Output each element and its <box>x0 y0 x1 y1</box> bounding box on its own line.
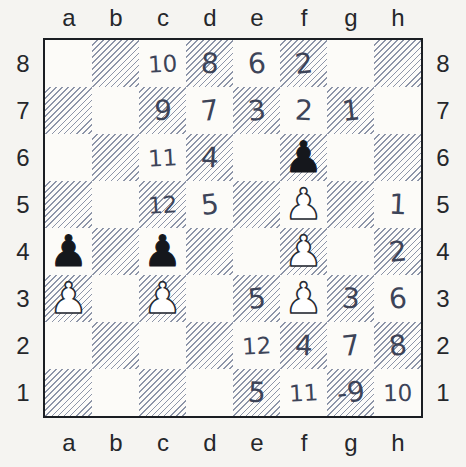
handwritten-number-c6: 11 <box>147 144 178 171</box>
handwritten-number-c5: 12 <box>147 191 178 218</box>
rank-label-left-5: 5 <box>6 182 40 229</box>
square-c2[interactable] <box>139 322 186 369</box>
square-e8[interactable]: 6 <box>233 40 280 87</box>
square-b6[interactable] <box>92 134 139 181</box>
file-label-bottom-f: f <box>281 424 328 462</box>
square-f8[interactable]: 2 <box>280 40 327 87</box>
handwritten-number-h2: 8 <box>387 328 408 363</box>
square-d8[interactable]: 8 <box>186 40 233 87</box>
handwritten-number-g7: 1 <box>340 93 361 128</box>
white-pawn-c3[interactable]: ♟ <box>143 275 182 322</box>
white-pawn-f5[interactable]: ♟ <box>284 181 323 228</box>
square-h8[interactable] <box>374 40 421 87</box>
handwritten-number-e1: 5 <box>247 376 267 410</box>
handwritten-number-c8: 10 <box>147 50 178 77</box>
square-b8[interactable] <box>92 40 139 87</box>
rank-label-left-6: 6 <box>6 135 40 182</box>
square-d1[interactable] <box>186 369 233 416</box>
square-e3[interactable]: 5 <box>233 275 280 322</box>
handwritten-number-h4: 2 <box>387 234 408 269</box>
white-pawn-f4[interactable]: ♟ <box>284 228 323 275</box>
file-label-top-f: f <box>281 2 328 34</box>
square-a3[interactable]: ♟ <box>45 275 92 322</box>
square-f4[interactable]: ♟ <box>280 228 327 275</box>
file-labels-top: abcdefgh <box>46 2 422 34</box>
square-a4[interactable]: ♟ <box>45 228 92 275</box>
file-label-top-h: h <box>375 2 422 34</box>
handwritten-number-d5: 5 <box>199 187 220 222</box>
square-f2[interactable]: 4 <box>280 322 327 369</box>
square-a2[interactable] <box>45 322 92 369</box>
square-d4[interactable] <box>186 228 233 275</box>
square-a1[interactable] <box>45 369 92 416</box>
file-label-bottom-g: g <box>328 424 375 462</box>
square-g4[interactable] <box>327 228 374 275</box>
square-c7[interactable]: 9 <box>139 87 186 134</box>
square-e1[interactable]: 5 <box>233 369 280 416</box>
rank-label-left-4: 4 <box>6 229 40 276</box>
square-h1[interactable]: 10 <box>374 369 421 416</box>
rank-labels-left: 87654321 <box>6 41 40 417</box>
rank-label-right-2: 2 <box>426 323 460 370</box>
rank-label-left-2: 2 <box>6 323 40 370</box>
square-a7[interactable] <box>45 87 92 134</box>
white-pawn-f3[interactable]: ♟ <box>284 275 323 322</box>
square-b5[interactable] <box>92 181 139 228</box>
handwritten-number-c7: 9 <box>153 94 173 128</box>
square-a5[interactable] <box>45 181 92 228</box>
square-c5[interactable]: 12 <box>139 181 186 228</box>
square-b2[interactable] <box>92 322 139 369</box>
rank-label-left-3: 3 <box>6 276 40 323</box>
square-f6[interactable]: ♟ <box>280 134 327 181</box>
square-f3[interactable]: ♟ <box>280 275 327 322</box>
handwritten-number-d7: 7 <box>199 93 220 128</box>
file-label-bottom-e: e <box>234 424 281 462</box>
square-h6[interactable] <box>374 134 421 181</box>
black-pawn-c4[interactable]: ♟ <box>143 228 182 275</box>
file-label-top-d: d <box>187 2 234 34</box>
square-d2[interactable] <box>186 322 233 369</box>
scanned-chess-diagram: abcdefgh 87654321 1086297321114♟125♟1♟♟♟… <box>0 0 466 467</box>
square-e7[interactable]: 3 <box>233 87 280 134</box>
square-h5[interactable]: 1 <box>374 181 421 228</box>
square-b7[interactable] <box>92 87 139 134</box>
handwritten-number-f2: 4 <box>294 329 314 363</box>
square-f7[interactable]: 2 <box>280 87 327 134</box>
rank-label-right-5: 5 <box>426 182 460 229</box>
file-label-top-a: a <box>46 2 93 34</box>
square-c4[interactable]: ♟ <box>139 228 186 275</box>
file-labels-bottom: abcdefgh <box>46 424 422 462</box>
file-label-bottom-a: a <box>46 424 93 462</box>
file-label-top-c: c <box>140 2 187 34</box>
square-d7[interactable]: 7 <box>186 87 233 134</box>
square-h2[interactable]: 8 <box>374 322 421 369</box>
handwritten-number-e2: 12 <box>241 332 272 359</box>
rank-label-right-6: 6 <box>426 135 460 182</box>
file-label-top-e: e <box>234 2 281 34</box>
square-g7[interactable]: 1 <box>327 87 374 134</box>
rank-label-left-8: 8 <box>6 41 40 88</box>
square-f5[interactable]: ♟ <box>280 181 327 228</box>
square-b4[interactable] <box>92 228 139 275</box>
square-g1[interactable]: -9 <box>327 369 374 416</box>
file-label-bottom-c: c <box>140 424 187 462</box>
square-f1[interactable]: 11 <box>280 369 327 416</box>
square-b3[interactable] <box>92 275 139 322</box>
square-c8[interactable]: 10 <box>139 40 186 87</box>
square-h3[interactable]: 6 <box>374 275 421 322</box>
handwritten-number-h5: 1 <box>388 188 408 222</box>
square-g3[interactable]: 3 <box>327 275 374 322</box>
square-g6[interactable] <box>327 134 374 181</box>
square-g5[interactable] <box>327 181 374 228</box>
handwritten-number-g1: -9 <box>335 375 366 411</box>
handwritten-number-e7: 3 <box>246 93 267 128</box>
rank-labels-right: 87654321 <box>426 41 460 417</box>
handwritten-number-d8: 8 <box>200 47 220 81</box>
handwritten-number-g2: 7 <box>340 328 361 363</box>
handwritten-number-d6: 4 <box>200 141 220 175</box>
file-label-top-g: g <box>328 2 375 34</box>
square-e4[interactable] <box>233 228 280 275</box>
handwritten-number-h3: 6 <box>387 281 408 316</box>
black-pawn-f6[interactable]: ♟ <box>284 134 323 181</box>
file-label-bottom-b: b <box>93 424 140 462</box>
square-g2[interactable]: 7 <box>327 322 374 369</box>
file-label-bottom-d: d <box>187 424 234 462</box>
square-h7[interactable] <box>374 87 421 134</box>
square-e2[interactable]: 12 <box>233 322 280 369</box>
square-c6[interactable]: 11 <box>139 134 186 181</box>
rank-label-left-7: 7 <box>6 88 40 135</box>
handwritten-number-e8: 6 <box>246 46 267 81</box>
handwritten-number-e3: 5 <box>246 281 267 316</box>
square-a6[interactable] <box>45 134 92 181</box>
white-pawn-a3[interactable]: ♟ <box>49 275 88 322</box>
square-a8[interactable] <box>45 40 92 87</box>
square-d6[interactable]: 4 <box>186 134 233 181</box>
file-label-top-b: b <box>93 2 140 34</box>
handwritten-number-f1: 11 <box>288 379 319 406</box>
square-g8[interactable] <box>327 40 374 87</box>
square-b1[interactable] <box>92 369 139 416</box>
file-label-bottom-h: h <box>375 424 422 462</box>
square-d5[interactable]: 5 <box>186 181 233 228</box>
square-e6[interactable] <box>233 134 280 181</box>
handwritten-number-f8: 2 <box>293 46 314 81</box>
rank-label-right-7: 7 <box>426 88 460 135</box>
rank-label-right-3: 3 <box>426 276 460 323</box>
square-e5[interactable] <box>233 181 280 228</box>
handwritten-number-g3: 3 <box>341 282 361 316</box>
chess-board: 1086297321114♟125♟1♟♟♟2♟♟5♟3612478511-91… <box>43 38 423 418</box>
square-c3[interactable]: ♟ <box>139 275 186 322</box>
rank-label-right-4: 4 <box>426 229 460 276</box>
handwritten-number-h1: 10 <box>383 379 413 406</box>
handwritten-number-f7: 2 <box>294 94 314 128</box>
black-pawn-a4[interactable]: ♟ <box>49 228 88 275</box>
rank-label-right-1: 1 <box>426 370 460 417</box>
square-h4[interactable]: 2 <box>374 228 421 275</box>
rank-label-left-1: 1 <box>6 370 40 417</box>
rank-label-right-8: 8 <box>426 41 460 88</box>
square-d3[interactable] <box>186 275 233 322</box>
square-c1[interactable] <box>139 369 186 416</box>
